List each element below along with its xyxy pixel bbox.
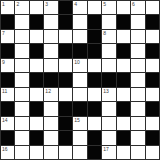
blocked-cell — [30, 131, 43, 144]
crossword-cell[interactable] — [73, 88, 86, 101]
crossword-cell[interactable] — [131, 131, 144, 144]
blocked-cell — [1, 102, 14, 115]
crossword-cell[interactable] — [131, 117, 144, 130]
crossword-cell[interactable] — [15, 102, 28, 115]
blocked-cell — [1, 44, 14, 57]
blocked-cell — [88, 30, 101, 43]
blocked-cell — [59, 73, 72, 86]
blocked-cell — [59, 1, 72, 14]
crossword-cell[interactable] — [102, 59, 115, 72]
crossword-cell[interactable] — [131, 73, 144, 86]
blocked-cell — [117, 102, 130, 115]
crossword-cell[interactable] — [146, 88, 159, 101]
clue-number: 2 — [16, 1, 19, 7]
crossword-cell[interactable] — [131, 146, 144, 159]
blocked-cell — [146, 15, 159, 28]
crossword-cell[interactable] — [30, 30, 43, 43]
crossword-cell[interactable]: 3 — [44, 1, 57, 14]
crossword-cell[interactable] — [44, 131, 57, 144]
crossword-cell[interactable]: 10 — [73, 59, 86, 72]
blocked-cell — [146, 102, 159, 115]
blocked-cell — [88, 73, 101, 86]
blocked-cell — [30, 44, 43, 57]
crossword-cell[interactable]: 4 — [73, 1, 86, 14]
clue-number: 6 — [132, 1, 135, 7]
blocked-cell — [59, 117, 72, 130]
crossword-cell[interactable] — [15, 117, 28, 130]
crossword-cell[interactable] — [88, 117, 101, 130]
blocked-cell — [102, 73, 115, 86]
crossword-cell[interactable] — [30, 59, 43, 72]
blocked-cell — [146, 131, 159, 144]
clue-number: 9 — [2, 59, 5, 65]
crossword-cell[interactable] — [30, 88, 43, 101]
crossword-cell[interactable]: 12 — [44, 88, 57, 101]
crossword-cell[interactable] — [59, 30, 72, 43]
clue-number: 3 — [45, 1, 48, 7]
blocked-cell — [117, 73, 130, 86]
crossword-cell[interactable] — [117, 59, 130, 72]
crossword-cell[interactable] — [131, 30, 144, 43]
crossword-cell[interactable]: 14 — [1, 117, 14, 130]
crossword-cell[interactable] — [102, 15, 115, 28]
crossword-cell[interactable]: 6 — [131, 1, 144, 14]
crossword-cell[interactable] — [30, 117, 43, 130]
crossword-cell[interactable]: 2 — [15, 1, 28, 14]
crossword-cell[interactable] — [15, 30, 28, 43]
crossword-cell[interactable]: 9 — [1, 59, 14, 72]
clue-number: 12 — [45, 88, 51, 94]
crossword-cell[interactable] — [30, 1, 43, 14]
crossword-cell[interactable] — [88, 88, 101, 101]
blocked-cell — [44, 73, 57, 86]
blocked-cell — [88, 15, 101, 28]
blocked-cell — [30, 73, 43, 86]
blocked-cell — [117, 131, 130, 144]
blocked-cell — [59, 131, 72, 144]
blocked-cell — [73, 102, 86, 115]
crossword-cell[interactable] — [30, 146, 43, 159]
crossword-cell[interactable] — [146, 146, 159, 159]
clue-number: 1 — [2, 1, 5, 7]
crossword-cell[interactable] — [88, 1, 101, 14]
crossword-cell[interactable] — [44, 102, 57, 115]
crossword-cell[interactable]: 13 — [102, 88, 115, 101]
blocked-cell — [73, 44, 86, 57]
clue-number: 14 — [2, 117, 8, 123]
crossword-cell[interactable] — [102, 102, 115, 115]
crossword-cell[interactable] — [59, 88, 72, 101]
crossword-cell[interactable] — [117, 146, 130, 159]
crossword-cell[interactable] — [15, 44, 28, 57]
blocked-cell — [30, 102, 43, 115]
clue-number: 17 — [103, 146, 109, 152]
crossword-cell[interactable] — [146, 1, 159, 14]
crossword-cell[interactable]: 15 — [73, 117, 86, 130]
crossword-cell[interactable] — [131, 59, 144, 72]
crossword-cell[interactable]: 16 — [1, 146, 14, 159]
clue-number: 16 — [2, 146, 8, 152]
crossword-cell[interactable] — [117, 30, 130, 43]
crossword-cell[interactable] — [15, 15, 28, 28]
crossword-cell[interactable] — [44, 117, 57, 130]
crossword-cell[interactable]: 11 — [1, 88, 14, 101]
crossword-cell[interactable] — [44, 44, 57, 57]
crossword-cell[interactable] — [59, 59, 72, 72]
crossword-cell[interactable] — [44, 59, 57, 72]
crossword-cell[interactable] — [73, 30, 86, 43]
crossword-cell[interactable] — [102, 44, 115, 57]
clue-number: 15 — [74, 117, 80, 123]
crossword-cell[interactable] — [73, 146, 86, 159]
clue-number: 8 — [103, 30, 106, 36]
clue-number: 7 — [2, 30, 5, 36]
crossword-cell[interactable] — [146, 59, 159, 72]
crossword-cell[interactable] — [73, 15, 86, 28]
crossword-cell[interactable] — [88, 59, 101, 72]
blocked-cell — [1, 131, 14, 144]
clue-number: 4 — [74, 1, 77, 7]
crossword-cell[interactable] — [15, 59, 28, 72]
blocked-cell — [88, 102, 101, 115]
blocked-cell — [1, 15, 14, 28]
blocked-cell — [117, 44, 130, 57]
crossword-cell[interactable] — [146, 30, 159, 43]
crossword-cell[interactable] — [131, 88, 144, 101]
blocked-cell — [146, 73, 159, 86]
clue-number: 5 — [103, 1, 106, 7]
blocked-cell — [1, 73, 14, 86]
crossword-cell[interactable] — [44, 15, 57, 28]
blocked-cell — [88, 146, 101, 159]
crossword-cell[interactable] — [117, 1, 130, 14]
crossword-cell[interactable] — [131, 102, 144, 115]
blocked-cell — [59, 44, 72, 57]
clue-number: 13 — [103, 88, 109, 94]
clue-number: 11 — [2, 88, 7, 94]
blocked-cell — [117, 15, 130, 28]
blocked-cell — [88, 44, 101, 57]
crossword-cell[interactable]: 7 — [1, 30, 14, 43]
blocked-cell — [59, 15, 72, 28]
crossword-cell[interactable] — [73, 73, 86, 86]
crossword-cell[interactable] — [44, 146, 57, 159]
crossword-cell[interactable] — [131, 44, 144, 57]
crossword-cell[interactable] — [117, 117, 130, 130]
crossword-cell[interactable] — [15, 73, 28, 86]
crossword-cell[interactable] — [102, 117, 115, 130]
crossword-cell[interactable] — [44, 30, 57, 43]
crossword-cell[interactable] — [73, 131, 86, 144]
crossword-cell[interactable]: 1 — [1, 1, 14, 14]
blocked-cell — [88, 131, 101, 144]
crossword-cell[interactable] — [15, 146, 28, 159]
crossword-cell[interactable] — [117, 88, 130, 101]
crossword-cell[interactable] — [131, 15, 144, 28]
clue-number: 10 — [74, 59, 80, 65]
crossword-cell[interactable] — [15, 88, 28, 101]
crossword-cell[interactable] — [15, 131, 28, 144]
crossword-cell[interactable]: 8 — [102, 30, 115, 43]
blocked-cell — [30, 15, 43, 28]
blocked-cell — [59, 102, 72, 115]
crossword-grid: 1234567891011121314151617 — [0, 0, 160, 160]
crossword-cell[interactable]: 17 — [102, 146, 115, 159]
crossword-cell[interactable] — [102, 131, 115, 144]
crossword-cell[interactable]: 5 — [102, 1, 115, 14]
crossword-cell[interactable] — [146, 117, 159, 130]
blocked-cell — [146, 44, 159, 57]
crossword-cell[interactable] — [59, 146, 72, 159]
